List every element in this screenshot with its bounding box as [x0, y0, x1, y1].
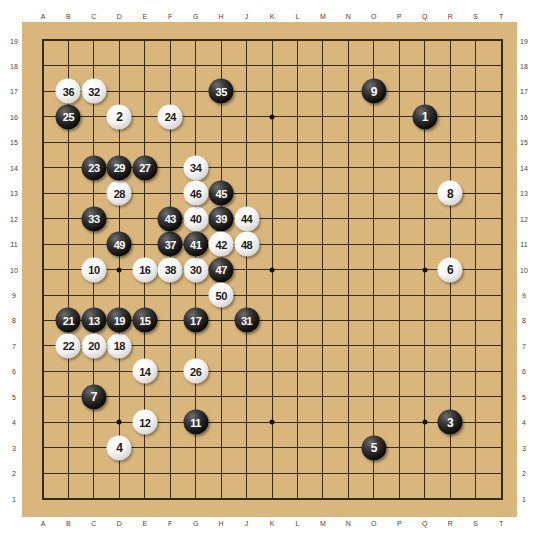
coord-label-bottom-B: B	[66, 520, 71, 527]
stone-white-26-G6[interactable]: 26	[183, 359, 208, 384]
coord-label-bottom-E: E	[142, 520, 147, 527]
coord-label-top-J: J	[245, 13, 249, 20]
stone-black-5-O3[interactable]: 5	[361, 435, 386, 460]
coord-label-right-14: 14	[520, 164, 528, 171]
coord-label-top-D: D	[117, 13, 122, 20]
coord-label-top-C: C	[91, 13, 96, 20]
star-point-K10	[270, 267, 275, 272]
coord-label-right-2: 2	[522, 470, 526, 477]
stone-black-3-R4[interactable]: 3	[438, 410, 463, 435]
coord-label-right-15: 15	[520, 139, 528, 146]
coord-label-top-N: N	[346, 13, 351, 20]
coord-label-top-B: B	[66, 13, 71, 20]
coord-label-right-8: 8	[522, 317, 526, 324]
stone-black-47-H10[interactable]: 47	[209, 257, 234, 282]
stone-white-40-G12[interactable]: 40	[183, 206, 208, 231]
coord-label-left-6: 6	[12, 368, 16, 375]
coord-label-bottom-M: M	[320, 520, 326, 527]
stone-white-28-D13[interactable]: 28	[107, 181, 132, 206]
stone-white-30-G10[interactable]: 30	[183, 257, 208, 282]
coord-label-top-L: L	[296, 13, 300, 20]
coord-label-top-K: K	[270, 13, 275, 20]
coord-label-top-G: G	[193, 13, 198, 20]
stone-black-7-C5[interactable]: 7	[81, 384, 106, 409]
coord-label-top-R: R	[448, 13, 453, 20]
coord-label-bottom-S: S	[473, 520, 478, 527]
coord-label-left-16: 16	[10, 113, 18, 120]
coord-label-right-4: 4	[522, 419, 526, 426]
coord-label-top-T: T	[499, 13, 503, 20]
stone-black-43-F12[interactable]: 43	[158, 206, 183, 231]
coord-label-right-12: 12	[520, 215, 528, 222]
stone-white-6-R10[interactable]: 6	[438, 257, 463, 282]
goban-diagram: AABBCCDDEEFFGGHHJJKKLLMMNNOOPPQQRRSSTT19…	[0, 0, 540, 540]
stone-black-31-J8[interactable]: 31	[234, 308, 259, 333]
stone-white-10-C10[interactable]: 10	[81, 257, 106, 282]
stone-white-20-C7[interactable]: 20	[81, 333, 106, 358]
coord-label-bottom-G: G	[193, 520, 198, 527]
coord-label-top-H: H	[219, 13, 224, 20]
coord-label-left-17: 17	[10, 88, 18, 95]
stone-black-13-C8[interactable]: 13	[81, 308, 106, 333]
stone-white-36-B17[interactable]: 36	[56, 79, 81, 104]
stone-white-12-E4[interactable]: 12	[132, 410, 157, 435]
coord-label-top-F: F	[168, 13, 172, 20]
coord-label-bottom-D: D	[117, 520, 122, 527]
stone-white-32-C17[interactable]: 32	[81, 79, 106, 104]
coord-label-left-8: 8	[12, 317, 16, 324]
stone-white-8-R13[interactable]: 8	[438, 181, 463, 206]
coord-label-left-15: 15	[10, 139, 18, 146]
coord-label-left-19: 19	[10, 37, 18, 44]
stone-black-37-F11[interactable]: 37	[158, 232, 183, 257]
stone-white-14-E6[interactable]: 14	[132, 359, 157, 384]
star-point-Q10	[422, 267, 427, 272]
coord-label-bottom-C: C	[91, 520, 96, 527]
coord-label-right-3: 3	[522, 444, 526, 451]
coord-label-left-11: 11	[10, 241, 17, 248]
coord-label-right-18: 18	[520, 62, 528, 69]
stone-white-2-D16[interactable]: 2	[107, 104, 132, 129]
stone-black-45-H13[interactable]: 45	[209, 181, 234, 206]
coord-label-bottom-H: H	[219, 520, 224, 527]
stone-white-48-J11[interactable]: 48	[234, 232, 259, 257]
stone-black-39-H12[interactable]: 39	[209, 206, 234, 231]
stone-white-42-H11[interactable]: 42	[209, 232, 234, 257]
coord-label-bottom-Q: Q	[422, 520, 427, 527]
star-point-K16	[270, 114, 275, 119]
coord-label-left-9: 9	[12, 292, 16, 299]
stone-white-18-D7[interactable]: 18	[107, 333, 132, 358]
coord-label-top-Q: Q	[422, 13, 427, 20]
star-point-D4	[117, 420, 122, 425]
coord-label-bottom-L: L	[296, 520, 300, 527]
coord-label-left-4: 4	[12, 419, 16, 426]
coord-label-left-1: 1	[12, 495, 16, 502]
coord-label-bottom-R: R	[448, 520, 453, 527]
stone-white-34-G14[interactable]: 34	[183, 155, 208, 180]
stone-black-1-Q16[interactable]: 1	[412, 104, 437, 129]
coord-label-right-10: 10	[520, 266, 528, 273]
stone-black-11-G4[interactable]: 11	[183, 410, 208, 435]
coord-label-bottom-F: F	[168, 520, 172, 527]
coord-label-right-19: 19	[520, 37, 528, 44]
coord-label-top-P: P	[397, 13, 402, 20]
stone-black-29-D14[interactable]: 29	[107, 155, 132, 180]
coord-label-top-S: S	[473, 13, 478, 20]
stone-white-4-D3[interactable]: 4	[107, 435, 132, 460]
coord-label-right-7: 7	[522, 342, 526, 349]
coord-label-right-17: 17	[520, 88, 528, 95]
coord-label-top-O: O	[371, 13, 376, 20]
coord-label-right-5: 5	[522, 393, 526, 400]
coord-label-left-13: 13	[10, 190, 18, 197]
stone-black-41-G11[interactable]: 41	[183, 232, 208, 257]
coord-label-left-18: 18	[10, 62, 18, 69]
stone-black-9-O17[interactable]: 9	[361, 79, 386, 104]
stone-black-23-C14[interactable]: 23	[81, 155, 106, 180]
stone-black-25-B16[interactable]: 25	[56, 104, 81, 129]
star-point-K4	[270, 420, 275, 425]
coord-label-top-E: E	[142, 13, 147, 20]
coord-label-left-10: 10	[10, 266, 18, 273]
stone-white-50-H9[interactable]: 50	[209, 283, 234, 308]
coord-label-top-M: M	[320, 13, 326, 20]
coord-label-top-A: A	[41, 13, 46, 20]
stone-white-24-F16[interactable]: 24	[158, 104, 183, 129]
coord-label-bottom-N: N	[346, 520, 351, 527]
coord-label-bottom-J: J	[245, 520, 249, 527]
stone-white-22-B7[interactable]: 22	[56, 333, 81, 358]
stone-black-17-G8[interactable]: 17	[183, 308, 208, 333]
coord-label-left-2: 2	[12, 470, 16, 477]
stone-white-16-E10[interactable]: 16	[132, 257, 157, 282]
coord-label-right-13: 13	[520, 190, 528, 197]
coord-label-bottom-O: O	[371, 520, 376, 527]
stone-white-44-J12[interactable]: 44	[234, 206, 259, 231]
stone-black-33-C12[interactable]: 33	[81, 206, 106, 231]
coord-label-right-6: 6	[522, 368, 526, 375]
coord-label-left-12: 12	[10, 215, 18, 222]
star-point-D10	[117, 267, 122, 272]
coord-label-right-1: 1	[522, 495, 526, 502]
star-point-Q4	[422, 420, 427, 425]
stone-black-21-B8[interactable]: 21	[56, 308, 81, 333]
coord-label-bottom-T: T	[499, 520, 503, 527]
stone-black-19-D8[interactable]: 19	[107, 308, 132, 333]
stone-black-15-E8[interactable]: 15	[132, 308, 157, 333]
coord-label-left-5: 5	[12, 393, 16, 400]
stone-white-46-G13[interactable]: 46	[183, 181, 208, 206]
coord-label-right-11: 11	[520, 241, 527, 248]
stone-black-27-E14[interactable]: 27	[132, 155, 157, 180]
stone-black-49-D11[interactable]: 49	[107, 232, 132, 257]
stone-white-38-F10[interactable]: 38	[158, 257, 183, 282]
coord-label-bottom-A: A	[41, 520, 46, 527]
coord-label-left-7: 7	[12, 342, 16, 349]
coord-label-left-14: 14	[10, 164, 18, 171]
stone-black-35-H17[interactable]: 35	[209, 79, 234, 104]
coord-label-bottom-P: P	[397, 520, 402, 527]
coord-label-right-9: 9	[522, 292, 526, 299]
coord-label-bottom-K: K	[270, 520, 275, 527]
coord-label-right-16: 16	[520, 113, 528, 120]
coord-label-left-3: 3	[12, 444, 16, 451]
